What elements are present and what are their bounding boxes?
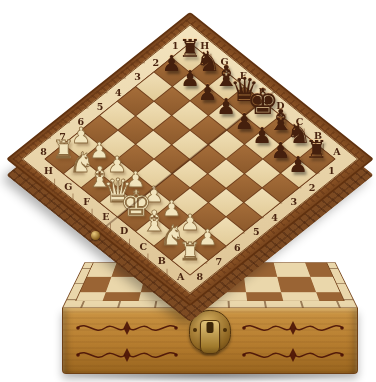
- box-front-face: [62, 308, 358, 374]
- carved-scroll-flourish-icon: [241, 346, 345, 364]
- clasp-slot: [207, 322, 214, 333]
- chess-set-photo: ♜♞♝♛♚♝♞♜♟♟♟♟♟♟♟♟♟♟♟♟♟♟♟♟♜♞♝♛♚♝♞♜ HGFEDCB…: [0, 0, 376, 382]
- carved-scroll-flourish-icon: [75, 346, 179, 364]
- carved-scroll-flourish-icon: [241, 319, 345, 337]
- carved-scroll-flourish-icon: [75, 319, 179, 337]
- brass-knob-icon: [91, 231, 100, 240]
